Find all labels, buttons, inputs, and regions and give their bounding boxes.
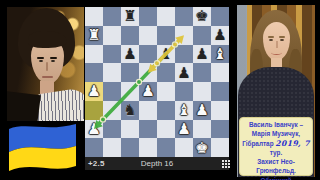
mouth-shape: [42, 76, 53, 78]
square-d4[interactable]: ♟: [139, 82, 157, 101]
square-c6[interactable]: ♟: [121, 45, 139, 64]
black-pawn-c6[interactable]: ♟: [123, 45, 136, 63]
square-f8[interactable]: [175, 7, 193, 26]
white-bishop-h6[interactable]: ♝: [213, 45, 226, 63]
flag-blue-band: [9, 124, 76, 152]
square-c1[interactable]: [121, 138, 139, 157]
square-f1[interactable]: [175, 138, 193, 157]
left-player-photo: [7, 7, 84, 121]
mouth-shape: [271, 50, 282, 55]
square-c5[interactable]: [121, 63, 139, 82]
caption-text: Гібралтар: [242, 140, 275, 147]
caption-text: тур.: [270, 149, 282, 156]
brow-shape: [50, 57, 57, 59]
square-g2[interactable]: [193, 120, 211, 139]
brow-shape: [279, 36, 285, 38]
square-d3[interactable]: [139, 101, 157, 120]
square-d8[interactable]: [139, 7, 157, 26]
square-h5[interactable]: [211, 63, 229, 82]
square-h1[interactable]: [211, 138, 229, 157]
caption-line: Василь Іванчук –: [240, 120, 312, 129]
square-a2[interactable]: ♟: [85, 120, 103, 139]
white-pawn-d4[interactable]: ♟: [141, 82, 154, 100]
white-king-g1[interactable]: ♚: [195, 139, 208, 157]
jacket-shape: [7, 91, 41, 121]
caption-line: Марія Музичук,: [240, 129, 312, 138]
square-h8[interactable]: [211, 7, 229, 26]
board-grid: ♜♚♜♟♟♝♟♝♟♟♟♞♝♟♟♟♚: [85, 7, 229, 157]
square-b1[interactable]: [103, 138, 121, 157]
flag-yellow-band: [9, 146, 76, 171]
square-a1[interactable]: [85, 138, 103, 157]
eye-shape: [39, 60, 43, 62]
square-g4[interactable]: [193, 82, 211, 101]
black-king-g8[interactable]: ♚: [195, 7, 208, 25]
engine-depth: Depth 16: [85, 159, 229, 168]
square-a6[interactable]: [85, 45, 103, 64]
square-a5[interactable]: [85, 63, 103, 82]
square-h3[interactable]: [211, 101, 229, 120]
caption-line: Захист Нео-: [240, 157, 312, 166]
nose-shape: [46, 62, 48, 71]
square-e2[interactable]: [157, 120, 175, 139]
white-rook-a7[interactable]: ♜: [87, 26, 100, 44]
square-a4[interactable]: ♟: [85, 82, 103, 101]
square-d2[interactable]: [139, 120, 157, 139]
square-e8[interactable]: [157, 7, 175, 26]
square-e3[interactable]: [157, 101, 175, 120]
square-b2[interactable]: [103, 120, 121, 139]
white-pawn-a4[interactable]: ♟: [87, 82, 100, 100]
black-knight-c3[interactable]: ♞: [123, 101, 136, 119]
square-h6[interactable]: ♝: [211, 45, 229, 64]
square-b7[interactable]: [103, 26, 121, 45]
square-a3[interactable]: [85, 101, 103, 120]
white-pawn-f2[interactable]: ♟: [177, 120, 190, 138]
square-h2[interactable]: [211, 120, 229, 139]
black-bishop-e6[interactable]: ♝: [159, 45, 172, 63]
square-f2[interactable]: ♟: [175, 120, 193, 139]
fringe-shape: [28, 31, 67, 48]
black-pawn-h7[interactable]: ♟: [213, 26, 226, 44]
eye-shape: [51, 60, 55, 62]
caption-year: 2019, 7: [275, 139, 310, 148]
thumbnail-canvas: ♜♚♜♟♟♝♟♝♟♟♟♞♝♟♟♟♚ +2.5 Depth 16 Василь І…: [0, 0, 320, 180]
square-d5[interactable]: [139, 63, 157, 82]
square-f5[interactable]: ♟: [175, 63, 193, 82]
caption-note: Василь Іванчук – Марія Музичук, Гібралта…: [239, 117, 313, 176]
square-d6[interactable]: [139, 45, 157, 64]
eye-shape: [269, 39, 273, 41]
square-h7[interactable]: ♟: [211, 26, 229, 45]
square-e1[interactable]: [157, 138, 175, 157]
white-pawn-g3[interactable]: ♟: [195, 101, 208, 119]
square-g5[interactable]: [193, 63, 211, 82]
square-g1[interactable]: ♚: [193, 138, 211, 157]
square-e6[interactable]: ♝: [157, 45, 175, 64]
white-pawn-a2[interactable]: ♟: [87, 120, 100, 138]
caption-line: Грюнфельд. Обмінний: [240, 166, 312, 180]
square-g3[interactable]: ♟: [193, 101, 211, 120]
eye-shape: [280, 39, 284, 41]
square-d7[interactable]: [139, 26, 157, 45]
square-a8[interactable]: [85, 7, 103, 26]
engine-bar: +2.5 Depth 16: [85, 157, 229, 170]
square-a7[interactable]: ♜: [85, 26, 103, 45]
square-b8[interactable]: [103, 7, 121, 26]
white-bishop-f3[interactable]: ♝: [177, 101, 190, 119]
square-b6[interactable]: [103, 45, 121, 64]
square-b5[interactable]: [103, 63, 121, 82]
square-f4[interactable]: [175, 82, 193, 101]
square-e4[interactable]: [157, 82, 175, 101]
square-c3[interactable]: ♞: [121, 101, 139, 120]
square-f7[interactable]: [175, 26, 193, 45]
square-f6[interactable]: [175, 45, 193, 64]
square-g6[interactable]: ♟: [193, 45, 211, 64]
black-pawn-f5[interactable]: ♟: [177, 64, 190, 82]
square-g7[interactable]: [193, 26, 211, 45]
nose-shape: [276, 41, 278, 48]
square-b3[interactable]: [103, 101, 121, 120]
black-rook-c8[interactable]: ♜: [123, 7, 136, 25]
square-e5[interactable]: [157, 63, 175, 82]
square-c7[interactable]: [121, 26, 139, 45]
caption-line: Гібралтар 2019, 7 тур.: [240, 139, 312, 158]
square-c8[interactable]: ♜: [121, 7, 139, 26]
square-d1[interactable]: [139, 138, 157, 157]
brow-shape: [37, 57, 44, 59]
square-f3[interactable]: ♝: [175, 101, 193, 120]
square-c4[interactable]: [121, 82, 139, 101]
brow-shape: [268, 36, 274, 38]
square-c2[interactable]: [121, 120, 139, 139]
apps-grid-icon[interactable]: [222, 160, 224, 162]
square-e7[interactable]: [157, 26, 175, 45]
black-pawn-g6[interactable]: ♟: [195, 45, 208, 63]
square-b4[interactable]: [103, 82, 121, 101]
chess-board: ♜♚♜♟♟♝♟♝♟♟♟♞♝♟♟♟♚: [85, 7, 229, 157]
square-g8[interactable]: ♚: [193, 7, 211, 26]
ukraine-flag-icon: [6, 119, 80, 175]
square-h4[interactable]: [211, 82, 229, 101]
